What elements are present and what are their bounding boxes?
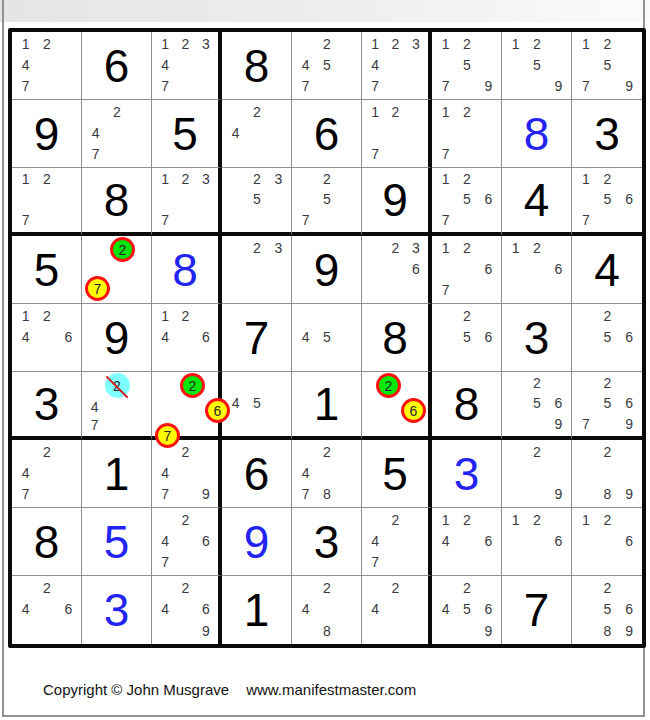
candidate-5: 5 [456, 54, 477, 75]
cell-r4c8[interactable]: 126 [502, 236, 572, 304]
candidate-7: 7 [85, 144, 106, 165]
candidate-4: 4 [435, 530, 456, 551]
cell-r6c9[interactable]: 25679 [572, 372, 642, 440]
candidate-7: 7 [575, 210, 597, 230]
cyan-struck-circle-mark: 2 [105, 373, 130, 398]
candidate-2: 2 [36, 577, 57, 599]
candidate-6: 6 [478, 258, 499, 279]
cell-r7c1[interactable]: 247 [12, 440, 82, 508]
candidate-6: 6 [548, 393, 569, 413]
candidate-1: 1 [435, 237, 456, 258]
yellow-circle-mark: 6 [401, 398, 426, 423]
pencil-marks: 2469 [155, 577, 216, 642]
candidate-2: 2 [36, 33, 57, 54]
candidate-2: 2 [246, 237, 267, 258]
cell-r9c4[interactable]: 1 [222, 576, 292, 644]
pencil-marks: 256 [575, 305, 640, 369]
yellow-circle-mark: 7 [85, 276, 110, 301]
cell-r4c4[interactable]: 23 [222, 236, 292, 304]
candidate-2: 2 [456, 169, 477, 189]
candidate-7: 7 [435, 144, 456, 165]
copyright-text: Copyright © John Musgrave [43, 681, 229, 698]
cell-r3c9[interactable]: 12567 [572, 168, 642, 236]
candidate-1: 1 [505, 509, 526, 530]
candidate-5: 5 [597, 189, 619, 209]
pencil-marks: 12347 [365, 33, 426, 97]
given-digit: 6 [222, 440, 291, 507]
candidate-4: 4 [15, 326, 36, 347]
cell-r5c2[interactable]: 9 [82, 304, 152, 372]
cell-r8c6[interactable]: 247 [362, 508, 432, 576]
candidate-5: 5 [597, 599, 619, 621]
candidate-4: 4 [365, 599, 385, 621]
cell-r6c3[interactable]: 267 [152, 372, 222, 440]
candidate-2: 2 [246, 101, 267, 122]
cell-r5c4[interactable]: 7 [222, 304, 292, 372]
yellow-circle-mark: 7 [155, 423, 180, 448]
candidate-9: 9 [618, 414, 640, 434]
candidate-4: 4 [365, 54, 385, 75]
cell-r2c6[interactable]: 127 [362, 100, 432, 168]
candidate-7: 7 [295, 210, 316, 230]
given-digit: 3 [572, 100, 642, 167]
cell-r2c3[interactable]: 5 [152, 100, 222, 168]
candidate-6: 6 [478, 326, 499, 347]
cell-r6c7[interactable]: 8 [432, 372, 502, 440]
candidate-2: 2 [597, 169, 619, 189]
candidate-7: 7 [365, 552, 385, 573]
given-digit: 5 [362, 440, 428, 507]
candidate-9: 9 [618, 76, 640, 97]
candidate-7: 7 [295, 484, 316, 505]
sudoku-board: 1247612347824571234712579125912579924752… [8, 28, 646, 648]
solved-digit: 5 [82, 508, 151, 575]
cell-r7c2[interactable]: 1 [82, 440, 152, 508]
cell-r7c6[interactable]: 5 [362, 440, 432, 508]
candidate-1: 1 [505, 237, 526, 258]
candidate-2: 2 [180, 373, 205, 398]
cell-r8c7[interactable]: 1246 [432, 508, 502, 576]
pencil-marks: 247 [365, 509, 426, 573]
candidate-2: 2 [36, 305, 57, 326]
cell-r1c7[interactable]: 12579 [432, 32, 502, 100]
cell-r1c8[interactable]: 1259 [502, 32, 572, 100]
candidate-6: 6 [196, 599, 216, 621]
candidate-9: 9 [478, 76, 499, 97]
candidate-4: 4 [155, 54, 175, 75]
pencil-marks: 1237 [155, 169, 216, 230]
pencil-marks: 25679 [575, 373, 640, 434]
given-digit: 7 [222, 304, 291, 371]
cell-r7c3[interactable]: 2479 [152, 440, 222, 508]
cell-r4c3[interactable]: 8 [152, 236, 222, 304]
cell-r2c1[interactable]: 9 [12, 100, 82, 168]
cell-r1c6[interactable]: 12347 [362, 32, 432, 100]
cell-r5c6[interactable]: 8 [362, 304, 432, 372]
given-digit: 3 [12, 372, 81, 436]
candidate-2: 2 [110, 237, 135, 262]
candidate-6: 6 [618, 530, 640, 551]
candidate-4: 4 [85, 398, 105, 416]
pencil-marks: 1267 [435, 237, 499, 301]
candidate-4: 4 [365, 530, 385, 551]
cell-r4c9[interactable]: 4 [572, 236, 642, 304]
candidate-2: 2 [175, 509, 195, 530]
candidate-2: 2 [316, 441, 337, 462]
cell-r7c9[interactable]: 289 [572, 440, 642, 508]
cell-r1c3[interactable]: 12347 [152, 32, 222, 100]
candidate-2: 2 [456, 577, 477, 599]
candidate-6: 6 [478, 599, 499, 621]
given-digit: 9 [292, 236, 361, 303]
cell-r6c4[interactable]: 45 [222, 372, 292, 440]
candidate-1: 1 [365, 101, 385, 122]
given-digit: 9 [82, 304, 151, 371]
candidate-5: 5 [597, 326, 619, 347]
candidate-6: 6 [548, 258, 569, 279]
cell-r6c6[interactable]: 26 [362, 372, 432, 440]
candidate-6: 6 [205, 398, 230, 423]
candidate-1: 1 [155, 33, 175, 54]
candidate-4: 4 [295, 462, 316, 483]
cell-r1c4[interactable]: 8 [222, 32, 292, 100]
cell-r5c1[interactable]: 1246 [12, 304, 82, 372]
cell-r2c4[interactable]: 24 [222, 100, 292, 168]
cell-r5c7[interactable]: 256 [432, 304, 502, 372]
cell-r3c7[interactable]: 12567 [432, 168, 502, 236]
candidate-4: 4 [15, 599, 36, 621]
candidate-2: 2 [385, 101, 405, 122]
pencil-marks: 2467 [155, 509, 216, 573]
pencil-marks: 126 [505, 509, 569, 573]
cell-r5c8[interactable]: 3 [502, 304, 572, 372]
green-circle-mark: 2 [110, 237, 135, 262]
given-digit: 4 [572, 236, 642, 303]
cell-r2c7[interactable]: 127 [432, 100, 502, 168]
cell-r5c3[interactable]: 1246 [152, 304, 222, 372]
pencil-marks: 27 [85, 237, 149, 301]
cell-r6c2[interactable]: 247 [82, 372, 152, 440]
candidate-8: 8 [597, 620, 619, 642]
candidate-4: 4 [85, 122, 106, 143]
pencil-marks: 289 [575, 441, 640, 505]
candidate-2: 2 [175, 577, 195, 599]
candidate-1: 1 [15, 169, 36, 189]
pencil-marks: 2479 [155, 441, 216, 505]
candidate-5: 5 [246, 189, 267, 209]
candidate-3: 3 [268, 169, 289, 189]
candidate-1: 1 [155, 305, 175, 326]
candidate-2: 2 [175, 441, 195, 462]
pencil-marks: 1247 [15, 33, 79, 97]
pencil-marks: 26 [365, 373, 426, 434]
solved-digit: 8 [152, 236, 218, 303]
cell-r3c3[interactable]: 1237 [152, 168, 222, 236]
cell-r9c7[interactable]: 24569 [432, 576, 502, 644]
candidate-7: 7 [435, 76, 456, 97]
pencil-marks: 126 [505, 237, 569, 301]
pencil-marks: 127 [365, 101, 426, 165]
pencil-marks: 12579 [575, 33, 640, 97]
candidate-2: 2 [597, 33, 619, 54]
candidate-2: 2 [36, 441, 57, 462]
pencil-marks: 12347 [155, 33, 216, 97]
pencil-marks: 2478 [295, 441, 359, 505]
candidate-7: 7 [575, 414, 597, 434]
candidate-2: 2 [385, 237, 405, 258]
candidate-6: 6 [406, 258, 426, 279]
cell-r5c5[interactable]: 45 [292, 304, 362, 372]
candidate-5: 5 [456, 189, 477, 209]
cell-r3c1[interactable]: 127 [12, 168, 82, 236]
cell-r1c2[interactable]: 6 [82, 32, 152, 100]
pencil-marks: 127 [15, 169, 79, 230]
candidate-2: 2 [597, 509, 619, 530]
cell-r1c9[interactable]: 12579 [572, 32, 642, 100]
candidate-4: 4 [295, 599, 316, 621]
pencil-marks: 2457 [295, 33, 359, 97]
candidate-3: 3 [196, 33, 216, 54]
cell-r6c5[interactable]: 1 [292, 372, 362, 440]
candidate-2: 2 [316, 169, 337, 189]
candidate-5: 5 [246, 393, 267, 413]
candidate-5: 5 [597, 54, 619, 75]
given-digit: 8 [432, 372, 501, 436]
solved-digit: 3 [82, 576, 151, 644]
candidate-4: 4 [155, 326, 175, 347]
candidate-6: 6 [401, 398, 426, 423]
cell-r7c8[interactable]: 29 [502, 440, 572, 508]
pencil-marks: 12567 [435, 169, 499, 230]
candidate-2: 2 [526, 373, 547, 393]
yellow-circle-mark: 6 [205, 398, 230, 423]
candidate-9: 9 [196, 484, 216, 505]
footer: Copyright © John Musgravewww.manifestmas… [43, 681, 416, 698]
candidate-7: 7 [85, 416, 105, 434]
candidate-7: 7 [15, 484, 36, 505]
candidate-1: 1 [365, 33, 385, 54]
website-text: www.manifestmaster.com [246, 681, 416, 698]
given-digit: 3 [292, 508, 361, 575]
candidate-3: 3 [196, 169, 216, 189]
cell-r8c4[interactable]: 9 [222, 508, 292, 576]
candidate-4: 4 [435, 599, 456, 621]
pencil-marks: 24569 [435, 577, 499, 642]
candidate-8: 8 [316, 620, 337, 642]
cell-r8c9[interactable]: 126 [572, 508, 642, 576]
given-digit: 5 [12, 236, 81, 303]
candidate-2: 2 [597, 577, 619, 599]
given-digit: 4 [502, 168, 571, 232]
cell-r6c1[interactable]: 3 [12, 372, 82, 440]
cell-r5c9[interactable]: 256 [572, 304, 642, 372]
candidate-6: 6 [618, 189, 640, 209]
cell-r6c8[interactable]: 2569 [502, 372, 572, 440]
cell-r2c8[interactable]: 8 [502, 100, 572, 168]
cell-r4c1[interactable]: 5 [12, 236, 82, 304]
cell-r9c3[interactable]: 2469 [152, 576, 222, 644]
candidate-9: 9 [478, 620, 499, 642]
sudoku-app: 1247612347824571234712579125912579924752… [0, 0, 650, 720]
candidate-1: 1 [575, 509, 597, 530]
candidate-2: 2 [175, 305, 195, 326]
pencil-marks: 1246 [15, 305, 79, 369]
candidate-6: 6 [618, 326, 640, 347]
cell-r2c9[interactable]: 3 [572, 100, 642, 168]
cell-r8c3[interactable]: 2467 [152, 508, 222, 576]
cell-r3c6[interactable]: 9 [362, 168, 432, 236]
pencil-marks: 45 [295, 305, 359, 369]
candidate-6: 6 [58, 326, 79, 347]
candidate-7: 7 [575, 76, 597, 97]
candidate-7: 7 [85, 276, 110, 301]
cell-r3c5[interactable]: 257 [292, 168, 362, 236]
green-circle-mark: 2 [180, 373, 205, 398]
given-digit: 7 [502, 576, 571, 644]
candidate-2: 2 [456, 33, 477, 54]
candidate-7: 7 [365, 144, 385, 165]
candidate-2: 2 [175, 169, 195, 189]
candidate-1: 1 [15, 305, 36, 326]
candidate-6: 6 [196, 530, 216, 551]
candidate-4: 4 [155, 599, 175, 621]
pencil-marks: 127 [435, 101, 499, 165]
given-digit: 8 [82, 168, 151, 232]
cell-r9c5[interactable]: 248 [292, 576, 362, 644]
candidate-7: 7 [15, 210, 36, 230]
candidate-2: 2 [456, 101, 477, 122]
candidate-9: 9 [548, 76, 569, 97]
cell-r8c5[interactable]: 3 [292, 508, 362, 576]
cell-r4c6[interactable]: 236 [362, 236, 432, 304]
cell-r2c5[interactable]: 6 [292, 100, 362, 168]
candidate-1: 1 [15, 33, 36, 54]
cell-r4c2[interactable]: 27 [82, 236, 152, 304]
cell-r7c7[interactable]: 3 [432, 440, 502, 508]
cell-r9c9[interactable]: 25689 [572, 576, 642, 644]
cell-r7c4[interactable]: 6 [222, 440, 292, 508]
pencil-marks: 25689 [575, 577, 640, 642]
cell-r8c8[interactable]: 126 [502, 508, 572, 576]
given-digit: 1 [292, 372, 361, 436]
cell-r3c4[interactable]: 235 [222, 168, 292, 236]
candidate-2: 2 [456, 305, 477, 326]
candidate-7: 7 [155, 76, 175, 97]
pencil-marks: 236 [365, 237, 426, 301]
candidate-2: 2 [376, 373, 401, 398]
given-digit: 6 [82, 32, 151, 99]
candidate-4: 4 [295, 54, 316, 75]
pencil-marks: 45 [225, 373, 289, 434]
candidate-7: 7 [155, 423, 180, 448]
pencil-marks: 126 [575, 509, 640, 573]
candidate-1: 1 [435, 33, 456, 54]
candidate-2: 2 [246, 169, 267, 189]
window-top-bar [0, 0, 650, 22]
candidate-9: 9 [618, 620, 640, 642]
given-digit: 9 [12, 100, 81, 167]
pencil-marks: 257 [295, 169, 359, 230]
candidate-1: 1 [435, 101, 456, 122]
candidate-2: 2 [526, 237, 547, 258]
pencil-marks: 12567 [575, 169, 640, 230]
green-circle-mark: 2 [376, 373, 401, 398]
cell-r2c2[interactable]: 247 [82, 100, 152, 168]
cell-r1c1[interactable]: 1247 [12, 32, 82, 100]
candidate-5: 5 [316, 326, 337, 347]
candidate-2: 2 [597, 373, 619, 393]
cell-r7c5[interactable]: 2478 [292, 440, 362, 508]
candidate-6: 6 [548, 530, 569, 551]
pencil-marks: 247 [85, 373, 149, 434]
candidate-7: 7 [155, 552, 175, 573]
pencil-marks: 248 [295, 577, 359, 642]
cell-r4c7[interactable]: 1267 [432, 236, 502, 304]
cell-r8c2[interactable]: 5 [82, 508, 152, 576]
candidate-6: 6 [58, 599, 79, 621]
candidate-3: 3 [406, 33, 426, 54]
candidate-7: 7 [15, 76, 36, 97]
candidate-9: 9 [196, 620, 216, 642]
candidate-5: 5 [526, 54, 547, 75]
candidate-9: 9 [548, 414, 569, 434]
candidate-1: 1 [505, 33, 526, 54]
solved-digit: 3 [432, 440, 501, 507]
cell-r8c1[interactable]: 8 [12, 508, 82, 576]
candidate-6: 6 [478, 189, 499, 209]
candidate-2: 2 [597, 305, 619, 326]
candidate-2: 2 [316, 33, 337, 54]
candidate-5: 5 [456, 326, 477, 347]
pencil-marks: 256 [435, 305, 499, 369]
cell-r4c5[interactable]: 9 [292, 236, 362, 304]
pencil-marks: 1259 [505, 33, 569, 97]
candidate-6: 6 [196, 326, 216, 347]
candidate-3: 3 [406, 237, 426, 258]
candidate-2: 2 [175, 33, 195, 54]
pencil-marks: 267 [155, 373, 216, 434]
candidate-5: 5 [456, 599, 477, 621]
cell-r1c5[interactable]: 2457 [292, 32, 362, 100]
cell-r3c8[interactable]: 4 [502, 168, 572, 236]
cell-r9c2[interactable]: 3 [82, 576, 152, 644]
candidate-7: 7 [435, 280, 456, 301]
candidate-7: 7 [365, 76, 385, 97]
candidate-2: 2 [456, 509, 477, 530]
candidate-7: 7 [155, 484, 175, 505]
candidate-6: 6 [618, 599, 640, 621]
candidate-1: 1 [155, 169, 175, 189]
candidate-5: 5 [316, 54, 337, 75]
candidate-9: 9 [548, 484, 569, 505]
pencil-marks: 247 [85, 101, 149, 165]
pencil-marks: 24 [365, 577, 426, 642]
cell-r9c6[interactable]: 24 [362, 576, 432, 644]
cell-r9c1[interactable]: 246 [12, 576, 82, 644]
candidate-5: 5 [316, 189, 337, 209]
pencil-marks: 1246 [435, 509, 499, 573]
candidate-4: 4 [155, 530, 175, 551]
cell-r3c2[interactable]: 8 [82, 168, 152, 236]
given-digit: 1 [82, 440, 151, 507]
candidate-2: 2 [106, 101, 127, 122]
candidate-2: 2 [316, 577, 337, 599]
pencil-marks: 23 [225, 237, 289, 301]
cell-r9c8[interactable]: 7 [502, 576, 572, 644]
candidate-6: 6 [618, 393, 640, 413]
given-digit: 8 [362, 304, 428, 371]
candidate-2: 2 [526, 509, 547, 530]
